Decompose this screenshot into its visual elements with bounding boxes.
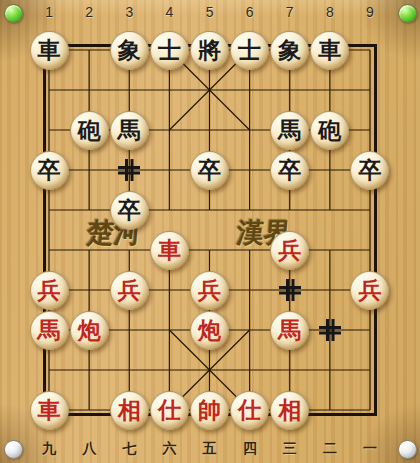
piece-red-elephant[interactable]: 相	[270, 391, 309, 430]
piece-black-soldier[interactable]: 卒	[350, 151, 389, 190]
piece-red-chariot[interactable]: 車	[150, 231, 189, 270]
file-label-bottom-4: 六	[149, 440, 189, 458]
piece-black-chariot[interactable]: 車	[30, 31, 69, 70]
piece-red-soldier[interactable]: 兵	[190, 271, 229, 310]
file-label-top-3: 3	[109, 4, 149, 20]
point-marker	[277, 277, 303, 303]
piece-black-elephant[interactable]: 象	[110, 31, 149, 70]
piece-black-advisor[interactable]: 士	[150, 31, 189, 70]
file-labels-bottom: 九八七六五四三二一	[0, 440, 420, 458]
piece-black-cannon[interactable]: 砲	[310, 111, 349, 150]
indicator-lamp-top-left	[4, 4, 23, 23]
file-label-bottom-9: 一	[350, 440, 390, 458]
file-label-bottom-1: 九	[29, 440, 69, 458]
file-label-top-6: 6	[230, 4, 270, 20]
piece-black-soldier[interactable]: 卒	[110, 191, 149, 230]
piece-black-horse[interactable]: 馬	[110, 111, 149, 150]
file-label-top-7: 7	[270, 4, 310, 20]
piece-red-soldier[interactable]: 兵	[270, 231, 309, 270]
indicator-lamp-top-right	[398, 4, 417, 23]
piece-red-horse[interactable]: 馬	[30, 311, 69, 350]
piece-red-soldier[interactable]: 兵	[350, 271, 389, 310]
piece-red-soldier[interactable]: 兵	[110, 271, 149, 310]
file-labels-top: 123456789	[0, 4, 420, 22]
piece-red-cannon[interactable]: 炮	[70, 311, 109, 350]
piece-black-general[interactable]: 將	[190, 31, 229, 70]
file-label-bottom-2: 八	[69, 440, 109, 458]
board[interactable]: 車象士將士象車砲馬馬砲卒卒卒卒卒車兵兵兵兵兵馬炮炮馬車相仕帥仕相	[29, 30, 390, 430]
piece-black-elephant[interactable]: 象	[270, 31, 309, 70]
point-marker	[317, 317, 343, 343]
file-label-top-9: 9	[350, 4, 390, 20]
piece-black-soldier[interactable]: 卒	[270, 151, 309, 190]
file-label-bottom-7: 三	[270, 440, 310, 458]
xiangqi-board-window: 楚河 漢界 123456789 九八七六五四三二一 車象士將士象車砲馬馬砲卒卒卒…	[0, 0, 420, 463]
piece-black-soldier[interactable]: 卒	[30, 151, 69, 190]
piece-red-horse[interactable]: 馬	[270, 311, 309, 350]
piece-red-cannon[interactable]: 炮	[190, 311, 229, 350]
file-label-bottom-6: 四	[230, 440, 270, 458]
piece-black-soldier[interactable]: 卒	[190, 151, 229, 190]
file-label-top-2: 2	[69, 4, 109, 20]
piece-red-soldier[interactable]: 兵	[30, 271, 69, 310]
piece-red-advisor[interactable]: 仕	[150, 391, 189, 430]
file-label-bottom-3: 七	[109, 440, 149, 458]
piece-black-advisor[interactable]: 士	[230, 31, 269, 70]
piece-black-horse[interactable]: 馬	[270, 111, 309, 150]
piece-red-chariot[interactable]: 車	[30, 391, 69, 430]
file-label-top-5: 5	[190, 4, 230, 20]
piece-black-chariot[interactable]: 車	[310, 31, 349, 70]
indicator-lamp-bottom-right	[398, 440, 417, 459]
piece-red-advisor[interactable]: 仕	[230, 391, 269, 430]
file-label-top-1: 1	[29, 4, 69, 20]
indicator-lamp-bottom-left	[4, 440, 23, 459]
file-label-bottom-5: 五	[190, 440, 230, 458]
point-marker	[116, 157, 142, 183]
file-label-bottom-8: 二	[310, 440, 350, 458]
file-label-top-4: 4	[149, 4, 189, 20]
piece-red-elephant[interactable]: 相	[110, 391, 149, 430]
piece-red-general[interactable]: 帥	[190, 391, 229, 430]
piece-black-cannon[interactable]: 砲	[70, 111, 109, 150]
file-label-top-8: 8	[310, 4, 350, 20]
